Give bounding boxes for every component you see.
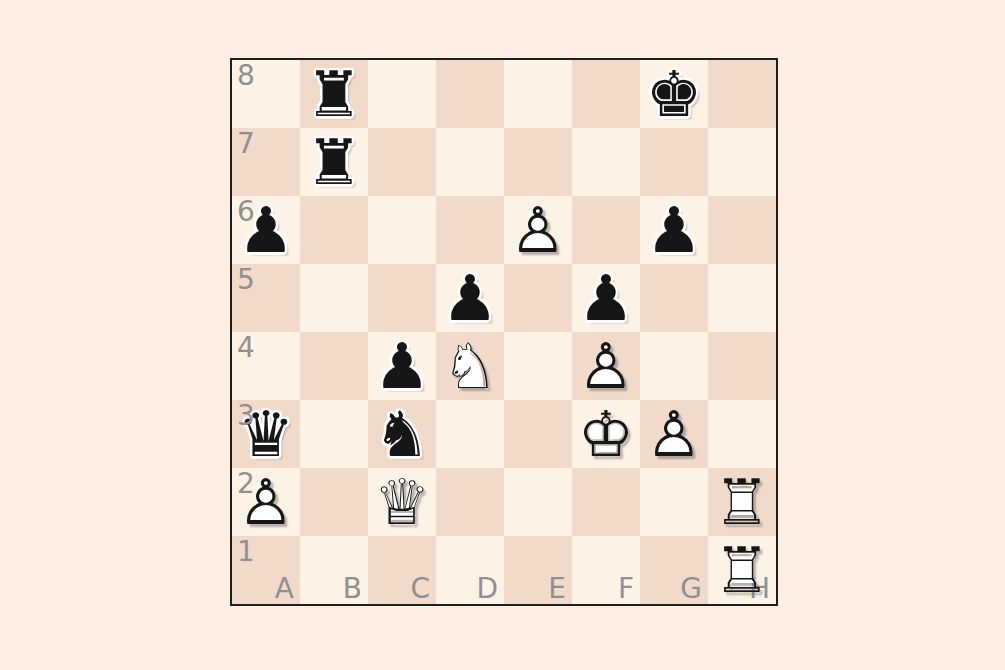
- square-d7[interactable]: [436, 128, 504, 196]
- square-f1[interactable]: F: [572, 536, 640, 604]
- square-c4[interactable]: ♟: [368, 332, 436, 400]
- white-pawn-glyph: ♟: [504, 196, 572, 264]
- white-queen-glyph: ♛: [368, 468, 436, 536]
- square-b2[interactable]: [300, 468, 368, 536]
- white-pawn-outline-glyph: ♙: [504, 196, 572, 264]
- square-h4[interactable]: [708, 332, 776, 400]
- square-d6[interactable]: [436, 196, 504, 264]
- black-rook-glyph: ♜: [300, 60, 368, 128]
- rank-label-5: 5: [237, 265, 255, 295]
- square-h8[interactable]: [708, 60, 776, 128]
- square-d8[interactable]: [436, 60, 504, 128]
- square-f5[interactable]: ♟: [572, 264, 640, 332]
- square-f6[interactable]: [572, 196, 640, 264]
- square-e4[interactable]: [504, 332, 572, 400]
- square-c8[interactable]: [368, 60, 436, 128]
- square-g4[interactable]: [640, 332, 708, 400]
- white-rook-outline-glyph: ♖: [708, 468, 776, 536]
- square-c6[interactable]: [368, 196, 436, 264]
- black-pawn-glyph: ♟: [640, 196, 708, 264]
- piece-black-king-g8[interactable]: ♚: [640, 60, 708, 128]
- square-f8[interactable]: [572, 60, 640, 128]
- white-pawn-outline-glyph: ♙: [640, 400, 708, 468]
- file-label-e: E: [548, 574, 566, 604]
- square-g5[interactable]: [640, 264, 708, 332]
- square-g6[interactable]: ♟: [640, 196, 708, 264]
- square-h2[interactable]: ♜♖: [708, 468, 776, 536]
- square-a4[interactable]: 4: [232, 332, 300, 400]
- white-king-outline-glyph: ♔: [572, 400, 640, 468]
- black-knight-glyph: ♞: [368, 400, 436, 468]
- square-g3[interactable]: ♟♙: [640, 400, 708, 468]
- piece-white-pawn-f4[interactable]: ♟♙: [572, 332, 640, 400]
- square-f4[interactable]: ♟♙: [572, 332, 640, 400]
- file-label-d: D: [476, 574, 498, 604]
- square-c5[interactable]: [368, 264, 436, 332]
- square-h3[interactable]: [708, 400, 776, 468]
- piece-black-rook-b8[interactable]: ♜: [300, 60, 368, 128]
- black-pawn-glyph: ♟: [436, 264, 504, 332]
- square-e1[interactable]: E: [504, 536, 572, 604]
- square-d1[interactable]: D: [436, 536, 504, 604]
- square-a1[interactable]: 1A: [232, 536, 300, 604]
- square-g8[interactable]: ♚: [640, 60, 708, 128]
- page-background: 8♜♚7♜6♟♟♙♟5♟♟4♟♞♘♟♙3♛♞♚♔♟♙2♟♙♛♕♜♖1ABCDEF…: [0, 0, 1005, 670]
- square-c7[interactable]: [368, 128, 436, 196]
- square-e6[interactable]: ♟♙: [504, 196, 572, 264]
- white-rook-glyph: ♜: [708, 468, 776, 536]
- rank-label-8: 8: [237, 61, 255, 91]
- square-g1[interactable]: G: [640, 536, 708, 604]
- square-h6[interactable]: [708, 196, 776, 264]
- square-g7[interactable]: [640, 128, 708, 196]
- square-f7[interactable]: [572, 128, 640, 196]
- black-rook-glyph: ♜: [300, 128, 368, 196]
- square-b6[interactable]: [300, 196, 368, 264]
- square-d3[interactable]: [436, 400, 504, 468]
- square-d2[interactable]: [436, 468, 504, 536]
- square-e8[interactable]: [504, 60, 572, 128]
- square-c2[interactable]: ♛♕: [368, 468, 436, 536]
- rank-label-1: 1: [237, 537, 255, 567]
- file-label-b: B: [343, 574, 362, 604]
- piece-white-rook-h1[interactable]: ♜♖: [708, 536, 776, 604]
- square-c3[interactable]: ♞: [368, 400, 436, 468]
- rank-label-4: 4: [237, 333, 255, 363]
- piece-black-pawn-d5[interactable]: ♟: [436, 264, 504, 332]
- square-d5[interactable]: ♟: [436, 264, 504, 332]
- board-frame: 8♜♚7♜6♟♟♙♟5♟♟4♟♞♘♟♙3♛♞♚♔♟♙2♟♙♛♕♜♖1ABCDEF…: [230, 58, 778, 606]
- black-pawn-glyph: ♟: [572, 264, 640, 332]
- piece-black-pawn-f5[interactable]: ♟: [572, 264, 640, 332]
- square-b7[interactable]: ♜: [300, 128, 368, 196]
- white-queen-outline-glyph: ♕: [368, 468, 436, 536]
- square-b1[interactable]: B: [300, 536, 368, 604]
- square-a3[interactable]: 3♛: [232, 400, 300, 468]
- piece-black-rook-b7[interactable]: ♜: [300, 128, 368, 196]
- square-e5[interactable]: [504, 264, 572, 332]
- white-pawn-glyph: ♟: [640, 400, 708, 468]
- piece-white-knight-d4[interactable]: ♞♘: [436, 332, 504, 400]
- white-pawn-glyph: ♟: [572, 332, 640, 400]
- square-b5[interactable]: [300, 264, 368, 332]
- piece-white-pawn-e6[interactable]: ♟♙: [504, 196, 572, 264]
- square-a2[interactable]: 2♟♙: [232, 468, 300, 536]
- white-knight-outline-glyph: ♘: [436, 332, 504, 400]
- black-pawn-glyph: ♟: [368, 332, 436, 400]
- square-f3[interactable]: ♚♔: [572, 400, 640, 468]
- rank-label-3: 3: [237, 401, 255, 431]
- square-a5[interactable]: 5: [232, 264, 300, 332]
- piece-white-king-f3[interactable]: ♚♔: [572, 400, 640, 468]
- white-pawn-outline-glyph: ♙: [572, 332, 640, 400]
- square-e2[interactable]: [504, 468, 572, 536]
- square-a6[interactable]: 6♟: [232, 196, 300, 264]
- square-h7[interactable]: [708, 128, 776, 196]
- white-rook-outline-glyph: ♖: [708, 536, 776, 604]
- piece-white-rook-h2[interactable]: ♜♖: [708, 468, 776, 536]
- chess-board: 8♜♚7♜6♟♟♙♟5♟♟4♟♞♘♟♙3♛♞♚♔♟♙2♟♙♛♕♜♖1ABCDEF…: [232, 60, 776, 604]
- square-a8[interactable]: 8: [232, 60, 300, 128]
- file-label-c: C: [410, 574, 430, 604]
- square-d4[interactable]: ♞♘: [436, 332, 504, 400]
- white-king-glyph: ♚: [572, 400, 640, 468]
- rank-label-6: 6: [237, 197, 255, 227]
- piece-white-pawn-g3[interactable]: ♟♙: [640, 400, 708, 468]
- square-e7[interactable]: [504, 128, 572, 196]
- square-c1[interactable]: C: [368, 536, 436, 604]
- black-king-glyph: ♚: [640, 60, 708, 128]
- file-label-g: G: [680, 574, 702, 604]
- square-h1[interactable]: H♜♖: [708, 536, 776, 604]
- rank-label-7: 7: [237, 129, 255, 159]
- file-label-f: F: [618, 574, 634, 604]
- white-knight-glyph: ♞: [436, 332, 504, 400]
- piece-white-queen-c2[interactable]: ♛♕: [368, 468, 436, 536]
- piece-black-pawn-c4[interactable]: ♟: [368, 332, 436, 400]
- rank-label-2: 2: [237, 469, 255, 499]
- square-h5[interactable]: [708, 264, 776, 332]
- square-b3[interactable]: [300, 400, 368, 468]
- square-b4[interactable]: [300, 332, 368, 400]
- square-a7[interactable]: 7: [232, 128, 300, 196]
- piece-black-pawn-g6[interactable]: ♟: [640, 196, 708, 264]
- white-rook-glyph: ♜: [708, 536, 776, 604]
- piece-black-knight-c3[interactable]: ♞: [368, 400, 436, 468]
- square-g2[interactable]: [640, 468, 708, 536]
- square-b8[interactable]: ♜: [300, 60, 368, 128]
- square-f2[interactable]: [572, 468, 640, 536]
- square-e3[interactable]: [504, 400, 572, 468]
- file-label-a: A: [275, 574, 294, 604]
